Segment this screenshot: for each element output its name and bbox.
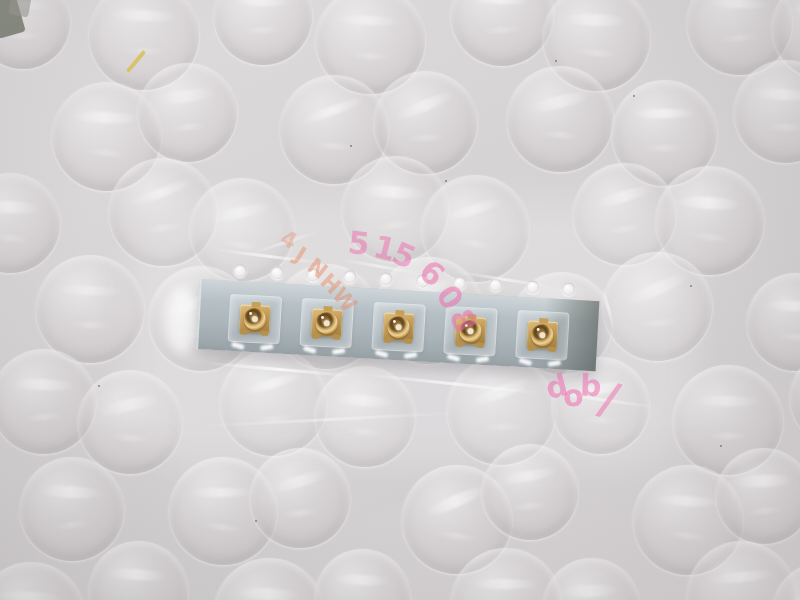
pocket-reflection <box>375 349 389 358</box>
bubble-highlight <box>666 530 710 542</box>
connector-pin <box>395 324 401 330</box>
connector-tab <box>467 314 476 319</box>
pocket-reflection <box>447 353 461 362</box>
specular-highlight <box>537 327 540 330</box>
specular-highlight <box>393 319 396 322</box>
bubble-highlight <box>109 433 151 443</box>
bubble-highlight <box>693 396 761 407</box>
bubble-highlight <box>201 521 245 533</box>
bubble-highlight <box>84 147 128 158</box>
ufl-connector <box>311 308 342 337</box>
bubble-highlight <box>348 52 392 60</box>
connector-tab <box>395 310 404 315</box>
bubble-highlight <box>752 87 800 102</box>
bubble <box>747 273 800 371</box>
connector-foot <box>333 335 340 340</box>
bubble-highlight <box>0 232 30 243</box>
specular-highlight <box>465 323 468 326</box>
pocket-reflection <box>332 348 346 355</box>
bubble-highlight <box>499 466 559 486</box>
bubble-highlight <box>718 33 760 43</box>
bubble-highlight <box>155 86 217 106</box>
bubble <box>543 558 640 600</box>
connector-pin <box>324 319 330 325</box>
bubble-highlight <box>575 48 618 58</box>
connector-ring <box>387 315 410 338</box>
connector-pin <box>539 332 545 338</box>
connector-tab <box>252 302 261 307</box>
bubble-highlight <box>280 507 320 518</box>
bubble-highlight <box>688 231 732 242</box>
bubble-highlight <box>106 567 168 582</box>
bubble-highlight <box>71 111 139 126</box>
pocket-reflection <box>303 345 317 354</box>
film-highlight <box>166 288 198 352</box>
bubble-highlight <box>51 519 93 530</box>
connector-foot <box>548 347 555 352</box>
ufl-connector <box>239 304 270 333</box>
connector-foot <box>405 339 412 344</box>
pocket-reflection <box>231 341 245 350</box>
bubble-highlight <box>764 299 800 312</box>
bubble <box>507 66 613 172</box>
bubble-highlight <box>706 433 750 439</box>
bubble-highlight <box>441 195 507 224</box>
dust-speck <box>445 180 447 182</box>
ufl-connector <box>455 316 486 345</box>
bubble-highlight <box>643 144 686 152</box>
connector-tab <box>539 318 548 323</box>
dust-speck <box>690 285 692 287</box>
pocket-reflection <box>518 357 532 366</box>
tape-pocket <box>371 302 426 353</box>
dust-speck <box>633 95 635 97</box>
dust-speck <box>555 60 557 62</box>
ufl-connector <box>383 312 414 341</box>
bubble-highlight <box>268 467 330 496</box>
bubble <box>315 549 410 600</box>
bubble-highlight <box>209 199 274 225</box>
bubble <box>451 0 553 66</box>
bubble-highlight <box>361 184 427 200</box>
pocket-reflection <box>404 352 418 359</box>
bubble-highlight <box>631 109 697 119</box>
pocket-reflection <box>260 344 274 351</box>
bubble-highlight <box>790 3 800 17</box>
bubble-highlight <box>243 27 282 35</box>
bubble-highlight <box>393 88 456 123</box>
bubble-highlight <box>776 332 800 343</box>
pocket-reflection <box>476 356 490 363</box>
dust-speck <box>350 145 352 147</box>
bubble-highlight <box>55 284 122 296</box>
bubble-highlight <box>481 26 522 35</box>
bubble <box>0 173 60 273</box>
bubble <box>138 63 237 162</box>
bubble <box>734 60 800 163</box>
bubble-highlight <box>109 9 178 24</box>
bubble-highlight <box>539 131 582 139</box>
dust-speck <box>720 445 722 447</box>
bubble-highlight <box>168 122 208 132</box>
bubble-highlight <box>300 94 366 126</box>
bubble-highlight <box>39 485 104 500</box>
bubble-highlight <box>234 586 303 600</box>
bubble-highlight <box>0 199 40 214</box>
connector-pin <box>467 328 473 334</box>
bubble-highlight <box>653 494 722 508</box>
photo-canvas: 4JNHW515608dob/ <box>0 0 800 600</box>
connector-foot <box>261 330 268 335</box>
bubble-highlight <box>471 579 539 590</box>
connector-pin <box>252 315 258 321</box>
dust-speck <box>255 520 257 522</box>
bubble-highlight <box>422 482 489 520</box>
bubble-highlight <box>335 15 403 27</box>
bubble-highlight <box>765 124 800 131</box>
connector-ring <box>459 319 482 342</box>
bubble-highlight <box>435 530 479 542</box>
connector-foot <box>312 333 319 338</box>
bubble-highlight <box>68 322 111 329</box>
bubble-highlight <box>188 487 255 497</box>
bubble-highlight <box>744 505 783 515</box>
bubble-highlight <box>511 501 550 512</box>
bubble-highlight <box>0 591 64 600</box>
bubble-highlight <box>129 177 195 209</box>
specular-highlight <box>249 311 252 314</box>
bubble-highlight <box>405 133 446 142</box>
specular-highlight <box>321 315 324 318</box>
bubble-highlight <box>560 584 621 598</box>
connector-ring <box>531 323 554 346</box>
bubble-highlight <box>706 568 774 585</box>
bubble-highlight <box>10 377 75 391</box>
connector-ring <box>315 311 338 334</box>
dust-speck <box>98 385 100 387</box>
bubble-highlight <box>526 88 593 115</box>
tape-pocket <box>228 294 283 345</box>
tape-pocket <box>443 306 498 357</box>
bubble-highlight <box>733 474 793 488</box>
bubble <box>20 457 123 560</box>
connector-foot <box>477 343 484 348</box>
connector-foot <box>240 329 247 334</box>
tape-pocket <box>299 298 354 349</box>
bubble <box>0 562 85 600</box>
bubble-highlight <box>23 412 65 422</box>
bubble <box>482 444 578 540</box>
tape-pocket <box>515 310 570 361</box>
bubble <box>250 448 350 548</box>
bubble-highlight <box>789 585 800 600</box>
connector-ring <box>243 307 266 330</box>
bubble-highlight <box>562 12 629 27</box>
bubble-highlight <box>332 574 391 586</box>
bubble-highlight <box>231 0 292 7</box>
bubble-highlight <box>97 392 163 419</box>
bubble-highlight <box>592 182 656 211</box>
bubble-highlight <box>705 0 771 10</box>
connector-foot <box>384 337 391 342</box>
bubble <box>36 255 144 363</box>
connector-tab <box>323 306 332 311</box>
sprocket-hole <box>270 266 284 280</box>
bubble-highlight <box>675 195 743 211</box>
connector-foot <box>456 341 463 346</box>
sprocket-hole <box>452 276 466 290</box>
connector-foot <box>528 345 535 350</box>
ufl-connector <box>527 320 558 349</box>
bubble-highlight <box>469 0 533 5</box>
bubble <box>214 0 312 65</box>
